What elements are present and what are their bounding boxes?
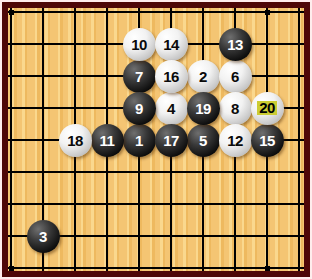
move-number: 7 <box>135 69 143 84</box>
stone-black-15[interactable]: 15 <box>251 124 284 157</box>
stone-white-16[interactable]: 16 <box>155 60 188 93</box>
stone-white-12[interactable]: 12 <box>219 124 252 157</box>
move-number: 9 <box>135 101 143 116</box>
move-number: 11 <box>100 133 115 148</box>
stone-black-1[interactable]: 1 <box>123 124 156 157</box>
move-number: 6 <box>231 69 239 84</box>
stone-white-14[interactable]: 14 <box>155 28 188 61</box>
move-number: 16 <box>163 69 179 84</box>
stone-white-4[interactable]: 4 <box>155 92 188 125</box>
stone-white-18[interactable]: 18 <box>59 124 92 157</box>
stone-white-8[interactable]: 8 <box>219 92 252 125</box>
stone-black-5[interactable]: 5 <box>187 124 220 157</box>
stone-black-3[interactable]: 3 <box>27 220 60 253</box>
move-number: 1 <box>135 133 143 148</box>
stone-white-6[interactable]: 6 <box>219 60 252 93</box>
stone-black-19[interactable]: 19 <box>187 92 220 125</box>
move-number: 13 <box>227 37 243 52</box>
go-diagram: 1234567891011121314151617181920 <box>0 0 312 279</box>
last-move-highlight: 20 <box>257 101 277 115</box>
stone-black-17[interactable]: 17 <box>155 124 188 157</box>
move-number: 19 <box>195 101 211 116</box>
move-number: 17 <box>163 133 179 148</box>
stone-black-13[interactable]: 13 <box>219 28 252 61</box>
stones-layer: 1234567891011121314151617181920 <box>8 8 304 271</box>
move-number: 3 <box>39 229 47 244</box>
stone-white-2[interactable]: 2 <box>187 60 220 93</box>
stone-white-20[interactable]: 20 <box>251 92 284 125</box>
go-board[interactable]: 1234567891011121314151617181920 <box>8 8 304 271</box>
move-number: 12 <box>227 133 243 148</box>
stone-white-10[interactable]: 10 <box>123 28 156 61</box>
move-number: 4 <box>167 101 175 116</box>
move-number: 5 <box>199 133 207 148</box>
move-number: 2 <box>199 69 207 84</box>
stone-black-11[interactable]: 11 <box>91 124 124 157</box>
move-number: 15 <box>259 133 275 148</box>
stone-black-9[interactable]: 9 <box>123 92 156 125</box>
move-number: 14 <box>163 37 179 52</box>
move-number: 10 <box>131 37 147 52</box>
stone-black-7[interactable]: 7 <box>123 60 156 93</box>
move-number: 8 <box>231 101 239 116</box>
move-number: 18 <box>67 133 83 148</box>
